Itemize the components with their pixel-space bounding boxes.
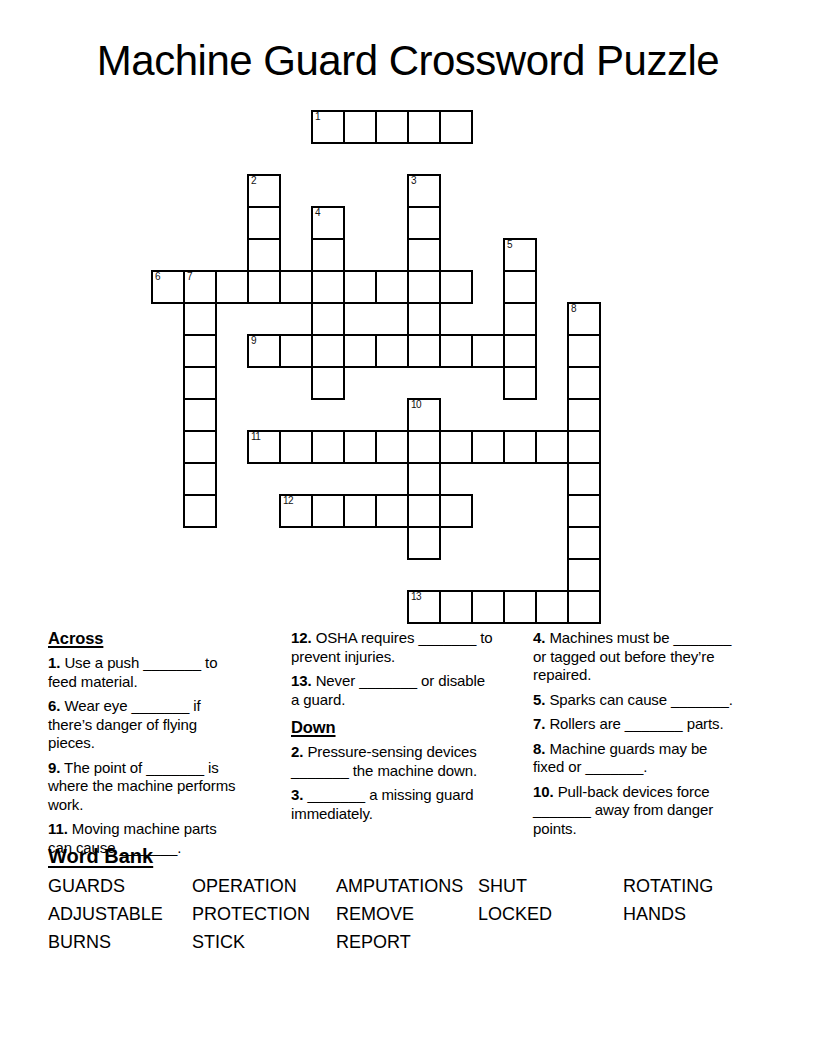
grid-cell[interactable] xyxy=(183,494,217,528)
grid-cell[interactable] xyxy=(279,270,313,304)
grid-cell[interactable] xyxy=(439,334,473,368)
grid-cell[interactable]: 7 xyxy=(183,270,217,304)
grid-cell[interactable] xyxy=(183,334,217,368)
grid-cell[interactable] xyxy=(439,430,473,464)
grid-cell[interactable] xyxy=(439,110,473,144)
grid-cell[interactable] xyxy=(375,430,409,464)
grid-cell[interactable] xyxy=(311,494,345,528)
grid-cell[interactable] xyxy=(407,430,441,464)
cell-number: 11 xyxy=(251,431,260,443)
grid-cell[interactable] xyxy=(535,590,569,624)
clue-column-2: 12. OSHA requires _______ to prevent inj… xyxy=(291,629,529,829)
cell-number: 10 xyxy=(411,399,421,411)
clue-column-1: Across1. Use a push _______ to feed mate… xyxy=(48,629,288,863)
grid-cell[interactable] xyxy=(311,302,345,336)
clue-number: 12. xyxy=(291,629,312,646)
clue-text: _______ a missing guard immediately. xyxy=(291,786,474,822)
grid-cell[interactable] xyxy=(503,366,537,400)
grid-cell[interactable] xyxy=(503,430,537,464)
clue-across-6: 6. Wear eye _______ if there’s danger of… xyxy=(48,697,288,753)
clue-text: Pressure-sensing devices _______ the mac… xyxy=(291,743,477,779)
grid-cell[interactable] xyxy=(183,398,217,432)
grid-cell[interactable] xyxy=(503,270,537,304)
clue-text: Wear eye _______ if there’s danger of fl… xyxy=(48,697,201,751)
clue-down-2: 2. Pressure-sensing devices _______ the … xyxy=(291,743,529,780)
cell-number: 12 xyxy=(283,495,293,507)
word-bank-word: LOCKED xyxy=(478,904,623,932)
grid-cell[interactable] xyxy=(439,494,473,528)
clue-number: 5. xyxy=(533,691,545,708)
clue-number: 13. xyxy=(291,672,312,689)
grid-cell[interactable]: 1 xyxy=(311,110,345,144)
word-bank-word: SHUT xyxy=(478,876,623,904)
clue-number: 2. xyxy=(291,743,303,760)
grid-cell[interactable]: 10 xyxy=(407,398,441,432)
grid-cell[interactable] xyxy=(279,430,313,464)
grid-cell[interactable] xyxy=(471,590,505,624)
cell-number: 5 xyxy=(507,239,512,251)
grid-cell[interactable] xyxy=(503,334,537,368)
clue-text: Rollers are _______ parts. xyxy=(545,715,723,732)
clue-number: 3. xyxy=(291,786,303,803)
clue-down-7: 7. Rollers are _______ parts. xyxy=(533,715,781,734)
grid-cell[interactable]: 2 xyxy=(247,174,281,208)
grid-cell[interactable] xyxy=(375,270,409,304)
word-bank-heading: Word Bank xyxy=(48,845,153,867)
worksheet-page: Machine Guard Crossword Puzzle 123456789… xyxy=(0,0,816,1056)
grid-cell[interactable] xyxy=(567,494,601,528)
clue-text: Use a push _______ to feed material. xyxy=(48,654,217,690)
clue-down-8: 8. Machine guards may be fixed or ______… xyxy=(533,740,781,777)
grid-cell[interactable] xyxy=(311,366,345,400)
grid-cell[interactable] xyxy=(503,590,537,624)
word-bank-word: ADJUSTABLE xyxy=(48,904,192,932)
grid-cell[interactable] xyxy=(183,430,217,464)
grid-cell[interactable] xyxy=(567,430,601,464)
clue-number: 1. xyxy=(48,654,60,671)
word-bank-word: STICK xyxy=(192,932,336,960)
clue-down-3: 3. _______ a missing guard immediately. xyxy=(291,786,529,823)
grid-cell[interactable] xyxy=(375,110,409,144)
grid-cell[interactable] xyxy=(343,270,377,304)
clue-column-3: 4. Machines must be _______ or tagged ou… xyxy=(533,629,781,844)
down-heading: Down xyxy=(291,718,529,737)
grid-cell[interactable] xyxy=(279,334,313,368)
grid-cell[interactable] xyxy=(183,302,217,336)
grid-cell[interactable] xyxy=(407,334,441,368)
grid-cell[interactable]: 6 xyxy=(151,270,185,304)
clue-number: 11. xyxy=(48,820,68,837)
grid-cell[interactable] xyxy=(311,334,345,368)
grid-cell[interactable]: 13 xyxy=(407,590,441,624)
word-bank: GUARDSOPERATIONAMPUTATIONSSHUTROTATINGAD… xyxy=(48,876,780,960)
cell-number: 1 xyxy=(315,111,320,123)
clue-text: The point of _______ is where the machin… xyxy=(48,759,236,813)
clue-text: Pull-back devices force _______ away fro… xyxy=(533,783,713,837)
clue-number: 8. xyxy=(533,740,545,757)
clue-across-12: 12. OSHA requires _______ to prevent inj… xyxy=(291,629,529,666)
grid-cell[interactable] xyxy=(247,270,281,304)
cell-number: 2 xyxy=(251,175,256,187)
grid-cell[interactable] xyxy=(567,366,601,400)
clue-text: Sparks can cause _______. xyxy=(545,691,733,708)
grid-cell[interactable]: 4 xyxy=(311,206,345,240)
word-bank-word: PROTECTION xyxy=(192,904,336,932)
grid-cell[interactable] xyxy=(503,302,537,336)
grid-cell[interactable]: 12 xyxy=(279,494,313,528)
word-bank-word: AMPUTATIONS xyxy=(336,876,478,904)
clue-number: 10. xyxy=(533,783,554,800)
word-bank-word: BURNS xyxy=(48,932,192,960)
grid-cell[interactable] xyxy=(183,462,217,496)
clue-number: 9. xyxy=(48,759,60,776)
grid-cell[interactable] xyxy=(471,430,505,464)
word-bank-word: HANDS xyxy=(623,904,780,932)
grid-cell[interactable] xyxy=(215,270,249,304)
grid-cell[interactable] xyxy=(471,334,505,368)
word-bank-word: OPERATION xyxy=(192,876,336,904)
clue-number: 4. xyxy=(533,629,545,646)
word-bank-word: REPORT xyxy=(336,932,478,960)
clue-across-1: 1. Use a push _______ to feed material. xyxy=(48,654,288,691)
grid-cell[interactable] xyxy=(567,526,601,560)
grid-cell[interactable] xyxy=(567,398,601,432)
grid-cell[interactable]: 9 xyxy=(247,334,281,368)
word-bank-word: GUARDS xyxy=(48,876,192,904)
grid-cell[interactable] xyxy=(407,206,441,240)
grid-cell[interactable] xyxy=(343,430,377,464)
grid-cell[interactable]: 8 xyxy=(567,302,601,336)
clue-number: 6. xyxy=(48,697,60,714)
grid-cell[interactable] xyxy=(407,526,441,560)
cell-number: 6 xyxy=(155,271,160,283)
grid-cell[interactable] xyxy=(567,590,601,624)
cell-number: 4 xyxy=(315,207,320,219)
grid-cell[interactable] xyxy=(183,366,217,400)
grid-cell[interactable] xyxy=(343,334,377,368)
clue-down-5: 5. Sparks can cause _______. xyxy=(533,691,781,710)
clue-text: Machines must be _______ or tagged out b… xyxy=(533,629,731,683)
cell-number: 9 xyxy=(251,335,256,347)
grid-cell[interactable] xyxy=(407,494,441,528)
cell-number: 13 xyxy=(411,591,421,603)
clue-down-4: 4. Machines must be _______ or tagged ou… xyxy=(533,629,781,685)
grid-cell[interactable] xyxy=(535,430,569,464)
clue-number: 7. xyxy=(533,715,545,732)
grid-cell[interactable] xyxy=(567,558,601,592)
clue-down-10: 10. Pull-back devices force _______ away… xyxy=(533,783,781,839)
grid-cell[interactable] xyxy=(311,430,345,464)
grid-cell[interactable] xyxy=(407,302,441,336)
grid-cell[interactable] xyxy=(247,206,281,240)
grid-cell[interactable] xyxy=(375,334,409,368)
across-heading: Across xyxy=(48,629,288,648)
grid-cell[interactable]: 3 xyxy=(407,174,441,208)
cell-number: 3 xyxy=(411,175,416,187)
clue-across-13: 13. Never _______ or disable a guard. xyxy=(291,672,529,709)
crossword-grid: 12345678910111213 xyxy=(151,110,603,626)
word-bank-word: REMOVE xyxy=(336,904,478,932)
grid-cell[interactable] xyxy=(567,334,601,368)
clue-text: Never _______ or disable a guard. xyxy=(291,672,485,708)
grid-cell[interactable] xyxy=(407,462,441,496)
clue-text: OSHA requires _______ to prevent injurie… xyxy=(291,629,493,665)
grid-cell[interactable] xyxy=(375,494,409,528)
grid-cell[interactable] xyxy=(343,110,377,144)
grid-cell[interactable] xyxy=(439,270,473,304)
grid-cell[interactable] xyxy=(407,110,441,144)
grid-cell[interactable] xyxy=(311,270,345,304)
grid-cell[interactable] xyxy=(567,462,601,496)
grid-cell[interactable] xyxy=(311,238,345,272)
grid-cell[interactable] xyxy=(343,494,377,528)
grid-cell[interactable] xyxy=(439,590,473,624)
word-bank-word: ROTATING xyxy=(623,876,780,904)
grid-cell[interactable] xyxy=(407,270,441,304)
page-title: Machine Guard Crossword Puzzle xyxy=(0,40,816,82)
cell-number: 8 xyxy=(571,303,576,315)
word-bank-empty-slot xyxy=(623,932,780,960)
clue-text: Machine guards may be fixed or _______. xyxy=(533,740,707,776)
grid-cell[interactable] xyxy=(407,238,441,272)
grid-cell[interactable]: 5 xyxy=(503,238,537,272)
clue-across-9: 9. The point of _______ is where the mac… xyxy=(48,759,288,815)
grid-cell[interactable] xyxy=(247,238,281,272)
grid-cell[interactable]: 11 xyxy=(247,430,281,464)
word-bank-empty-slot xyxy=(478,932,623,960)
cell-number: 7 xyxy=(187,271,192,283)
